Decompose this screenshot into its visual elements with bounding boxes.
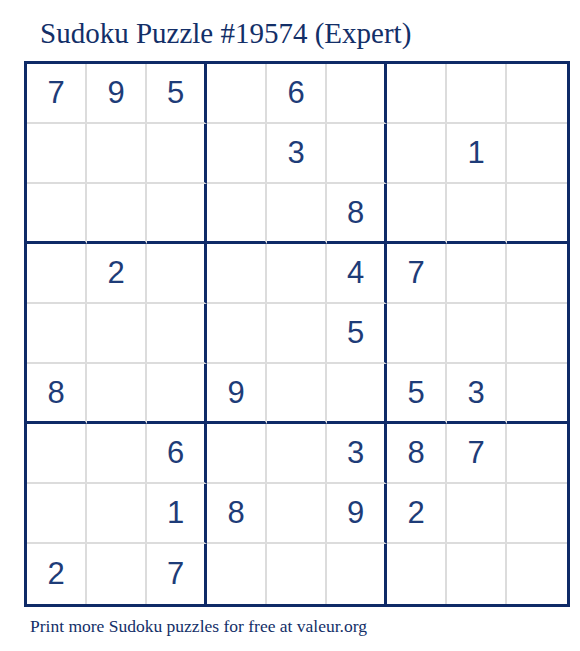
given-digit: 8: [407, 435, 424, 471]
cell-r4c1: [27, 244, 87, 304]
cell-r7c3: 6: [147, 424, 207, 484]
given-digit: 2: [47, 556, 64, 592]
cell-r6c6: [327, 364, 387, 424]
given-digit: 5: [407, 375, 424, 411]
cell-r3c8: [447, 184, 507, 244]
cell-r6c5: [267, 364, 327, 424]
cell-r2c3: [147, 124, 207, 184]
cell-r3c9: [507, 184, 567, 244]
given-digit: 1: [167, 495, 184, 531]
cell-r2c8: 1: [447, 124, 507, 184]
cell-r6c9: [507, 364, 567, 424]
cell-r1c1: 7: [27, 64, 87, 124]
given-digit: 7: [467, 435, 484, 471]
cell-r9c9: [507, 544, 567, 604]
given-digit: 7: [167, 556, 184, 592]
given-digit: 9: [347, 495, 364, 531]
cell-r8c4: 8: [207, 484, 267, 544]
cell-r4c8: [447, 244, 507, 304]
cell-r6c4: 9: [207, 364, 267, 424]
cell-r8c1: [27, 484, 87, 544]
cell-r7c8: 7: [447, 424, 507, 484]
cell-r7c9: [507, 424, 567, 484]
given-digit: 9: [227, 375, 244, 411]
cell-r2c7: [387, 124, 447, 184]
cell-r5c7: [387, 304, 447, 364]
cell-r4c5: [267, 244, 327, 304]
cell-r5c3: [147, 304, 207, 364]
cell-r3c2: [87, 184, 147, 244]
given-digit: 4: [347, 255, 364, 291]
cell-r1c3: 5: [147, 64, 207, 124]
footer-text: Print more Sudoku puzzles for free at va…: [0, 607, 580, 637]
cell-r4c6: 4: [327, 244, 387, 304]
cell-r8c6: 9: [327, 484, 387, 544]
cell-r5c2: [87, 304, 147, 364]
cell-r3c6: 8: [327, 184, 387, 244]
cell-r5c1: [27, 304, 87, 364]
cell-r5c8: [447, 304, 507, 364]
cell-r9c1: 2: [27, 544, 87, 604]
cell-r2c2: [87, 124, 147, 184]
cell-r9c3: 7: [147, 544, 207, 604]
cell-r5c9: [507, 304, 567, 364]
cell-r1c9: [507, 64, 567, 124]
cell-r6c8: 3: [447, 364, 507, 424]
cell-r7c5: [267, 424, 327, 484]
cell-r9c4: [207, 544, 267, 604]
cell-r6c7: 5: [387, 364, 447, 424]
cell-r6c1: 8: [27, 364, 87, 424]
cell-r2c6: [327, 124, 387, 184]
cell-r6c2: [87, 364, 147, 424]
cell-r8c8: [447, 484, 507, 544]
cell-r4c3: [147, 244, 207, 304]
cell-r2c4: [207, 124, 267, 184]
given-digit: 8: [227, 495, 244, 531]
page-title: Sudoku Puzzle #19574 (Expert): [0, 0, 580, 50]
cell-r3c3: [147, 184, 207, 244]
cell-r1c8: [447, 64, 507, 124]
cell-r1c2: 9: [87, 64, 147, 124]
given-digit: 3: [287, 135, 304, 171]
cell-r5c5: [267, 304, 327, 364]
cell-r9c7: [387, 544, 447, 604]
cell-r3c5: [267, 184, 327, 244]
cell-r5c6: 5: [327, 304, 387, 364]
given-digit: 3: [347, 435, 364, 471]
given-digit: 7: [47, 75, 64, 111]
cell-r4c7: 7: [387, 244, 447, 304]
cell-r4c9: [507, 244, 567, 304]
cell-r8c5: [267, 484, 327, 544]
cell-r3c4: [207, 184, 267, 244]
given-digit: 9: [107, 75, 124, 111]
cell-r2c9: [507, 124, 567, 184]
cell-r5c4: [207, 304, 267, 364]
given-digit: 3: [467, 375, 484, 411]
cell-r9c6: [327, 544, 387, 604]
given-digit: 8: [347, 195, 364, 231]
cell-r1c4: [207, 64, 267, 124]
cell-r7c2: [87, 424, 147, 484]
cell-r3c1: [27, 184, 87, 244]
cell-r2c5: 3: [267, 124, 327, 184]
cell-r3c7: [387, 184, 447, 244]
cell-r7c1: [27, 424, 87, 484]
cell-r8c2: [87, 484, 147, 544]
cell-r6c3: [147, 364, 207, 424]
given-digit: 8: [47, 375, 64, 411]
sudoku-board: 7956318247589536387189227: [24, 61, 570, 607]
cell-r7c4: [207, 424, 267, 484]
given-digit: 2: [107, 255, 124, 291]
given-digit: 6: [287, 75, 304, 111]
cell-r9c5: [267, 544, 327, 604]
cell-r8c3: 1: [147, 484, 207, 544]
cell-r8c7: 2: [387, 484, 447, 544]
cell-r1c6: [327, 64, 387, 124]
given-digit: 5: [167, 75, 184, 111]
cell-r4c4: [207, 244, 267, 304]
cell-r2c1: [27, 124, 87, 184]
given-digit: 1: [467, 135, 484, 171]
cell-r1c5: 6: [267, 64, 327, 124]
cell-r1c7: [387, 64, 447, 124]
sudoku-page: Sudoku Puzzle #19574 (Expert) 7956318247…: [0, 0, 580, 651]
given-digit: 2: [407, 495, 424, 531]
cell-r4c2: 2: [87, 244, 147, 304]
given-digit: 7: [407, 255, 424, 291]
given-digit: 5: [347, 315, 364, 351]
cell-r7c6: 3: [327, 424, 387, 484]
cell-r8c9: [507, 484, 567, 544]
cell-r9c8: [447, 544, 507, 604]
given-digit: 6: [167, 435, 184, 471]
cell-r7c7: 8: [387, 424, 447, 484]
cell-r9c2: [87, 544, 147, 604]
